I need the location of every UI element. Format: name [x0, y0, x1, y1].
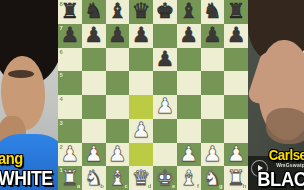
square-f3[interactable]	[177, 119, 201, 143]
square-d6[interactable]	[129, 48, 153, 72]
square-g3[interactable]	[201, 119, 225, 143]
square-a3[interactable]: 3	[58, 119, 82, 143]
black-bishop-f8: ♝	[177, 0, 201, 24]
square-c2[interactable]: ♟	[106, 143, 130, 167]
square-c8[interactable]: ♝	[106, 0, 130, 24]
white-color-label: WHITE	[0, 168, 53, 188]
square-f5[interactable]	[177, 71, 201, 95]
square-g4[interactable]	[201, 95, 225, 119]
square-d1[interactable]: d♛	[129, 166, 153, 190]
video-thumbnail: ang WHITE 8♜♞♝♛♚♝♞♜7♟♟♟♟♟♟♟6♟54♟3♟2♟♟♟♟♟…	[0, 0, 304, 190]
rank-coordinate-7: 7	[60, 25, 63, 31]
square-c1[interactable]: c♝	[106, 166, 130, 190]
square-a6[interactable]: 6	[58, 48, 82, 72]
square-e5[interactable]	[153, 71, 177, 95]
black-knight-b8: ♞	[82, 0, 106, 24]
square-d4[interactable]	[129, 95, 153, 119]
square-g7[interactable]: ♟	[201, 24, 225, 48]
square-f6[interactable]	[177, 48, 201, 72]
square-c3[interactable]	[106, 119, 130, 143]
square-d7[interactable]: ♟	[129, 24, 153, 48]
chess-board: 8♜♞♝♛♚♝♞♜7♟♟♟♟♟♟♟6♟54♟3♟2♟♟♟♟♟♟1a♜b♞c♝d♛…	[58, 0, 248, 190]
square-e4[interactable]: ♟	[153, 95, 177, 119]
square-g8[interactable]: ♞	[201, 0, 225, 24]
square-e3[interactable]	[153, 119, 177, 143]
white-pawn-c2: ♟	[106, 143, 130, 167]
rank-coordinate-3: 3	[60, 120, 63, 126]
black-player-name: Carlse	[256, 148, 304, 162]
square-a7[interactable]: 7♟	[58, 24, 82, 48]
square-d5[interactable]	[129, 71, 153, 95]
square-b4[interactable]	[82, 95, 106, 119]
square-c7[interactable]: ♟	[106, 24, 130, 48]
black-color-label: BLAC	[258, 169, 304, 189]
rank-coordinate-6: 6	[60, 49, 63, 55]
square-e6[interactable]: ♟	[153, 48, 177, 72]
square-g1[interactable]: g♞	[201, 166, 225, 190]
white-player-name: ang	[0, 151, 55, 167]
square-e8[interactable]: ♚	[153, 0, 177, 24]
black-pawn-h7: ♟	[224, 24, 248, 48]
square-a2[interactable]: 2♟	[58, 143, 82, 167]
rank-coordinate-8: 8	[60, 1, 63, 7]
square-e7[interactable]	[153, 24, 177, 48]
square-b7[interactable]: ♟	[82, 24, 106, 48]
file-coordinate-a: a	[77, 183, 80, 189]
file-coordinate-h: h	[243, 183, 247, 189]
white-pawn-h2: ♟	[224, 143, 248, 167]
square-d2[interactable]	[129, 143, 153, 167]
square-d3[interactable]: ♟	[129, 119, 153, 143]
square-h7[interactable]: ♟	[224, 24, 248, 48]
rank-coordinate-2: 2	[60, 144, 63, 150]
square-d8[interactable]: ♛	[129, 0, 153, 24]
square-h2[interactable]: ♟	[224, 143, 248, 167]
square-b2[interactable]: ♟	[82, 143, 106, 167]
white-pawn-f2: ♟	[177, 143, 201, 167]
black-king-e8: ♚	[153, 0, 177, 24]
square-f8[interactable]: ♝	[177, 0, 201, 24]
black-player-caption: Carlse WmGswatp BLAC	[253, 148, 304, 189]
square-f7[interactable]: ♟	[177, 24, 201, 48]
white-pawn-g2: ♟	[201, 143, 225, 167]
square-g2[interactable]: ♟	[201, 143, 225, 167]
rank-coordinate-5: 5	[60, 72, 63, 78]
white-player-brow-shape	[8, 70, 34, 78]
black-pawn-b7: ♟	[82, 24, 106, 48]
file-coordinate-d: d	[148, 183, 152, 189]
square-h6[interactable]	[224, 48, 248, 72]
square-f1[interactable]: f♝	[177, 166, 201, 190]
black-pawn-e6: ♟	[153, 48, 177, 72]
square-e1[interactable]: e♚	[153, 166, 177, 190]
square-f2[interactable]: ♟	[177, 143, 201, 167]
square-a1[interactable]: 1a♜	[58, 166, 82, 190]
square-h8[interactable]: ♜	[224, 0, 248, 24]
black-pawn-d7: ♟	[129, 24, 153, 48]
black-pawn-f7: ♟	[177, 24, 201, 48]
square-g6[interactable]	[201, 48, 225, 72]
square-c5[interactable]	[106, 71, 130, 95]
black-player-photo: Carlse WmGswatp BLAC	[248, 0, 304, 190]
black-queen-d8: ♛	[129, 0, 153, 24]
black-pawn-c7: ♟	[106, 24, 130, 48]
square-c6[interactable]	[106, 48, 130, 72]
square-c4[interactable]	[106, 95, 130, 119]
file-coordinate-e: e	[172, 183, 175, 189]
file-coordinate-c: c	[124, 183, 127, 189]
square-h4[interactable]	[224, 95, 248, 119]
square-a5[interactable]: 5	[58, 71, 82, 95]
square-b5[interactable]	[82, 71, 106, 95]
white-player-caption: ang WHITE	[0, 151, 58, 188]
square-b6[interactable]	[82, 48, 106, 72]
square-f4[interactable]	[177, 95, 201, 119]
square-g5[interactable]	[201, 71, 225, 95]
black-rook-h8: ♜	[224, 0, 248, 24]
square-h5[interactable]	[224, 71, 248, 95]
square-e2[interactable]	[153, 143, 177, 167]
black-bishop-c8: ♝	[106, 0, 130, 24]
black-player-beard-shape	[266, 108, 304, 144]
square-h3[interactable]	[224, 119, 248, 143]
square-b3[interactable]	[82, 119, 106, 143]
white-pawn-b2: ♟	[82, 143, 106, 167]
square-b1[interactable]: b♞	[82, 166, 106, 190]
square-h1[interactable]: h♜	[224, 166, 248, 190]
rank-coordinate-1: 1	[60, 167, 63, 173]
file-coordinate-g: g	[219, 183, 223, 189]
white-player-photo: ang WHITE	[0, 0, 58, 190]
square-a8[interactable]: 8♜	[58, 0, 82, 24]
square-a4[interactable]: 4	[58, 95, 82, 119]
file-coordinate-f: f	[197, 183, 199, 189]
black-knight-g8: ♞	[201, 0, 225, 24]
rank-coordinate-4: 4	[60, 96, 63, 102]
white-pawn-d3: ♟	[129, 119, 153, 143]
square-b8[interactable]: ♞	[82, 0, 106, 24]
black-pawn-g7: ♟	[201, 24, 225, 48]
file-coordinate-b: b	[100, 183, 104, 189]
white-pawn-e4: ♟	[153, 95, 177, 119]
